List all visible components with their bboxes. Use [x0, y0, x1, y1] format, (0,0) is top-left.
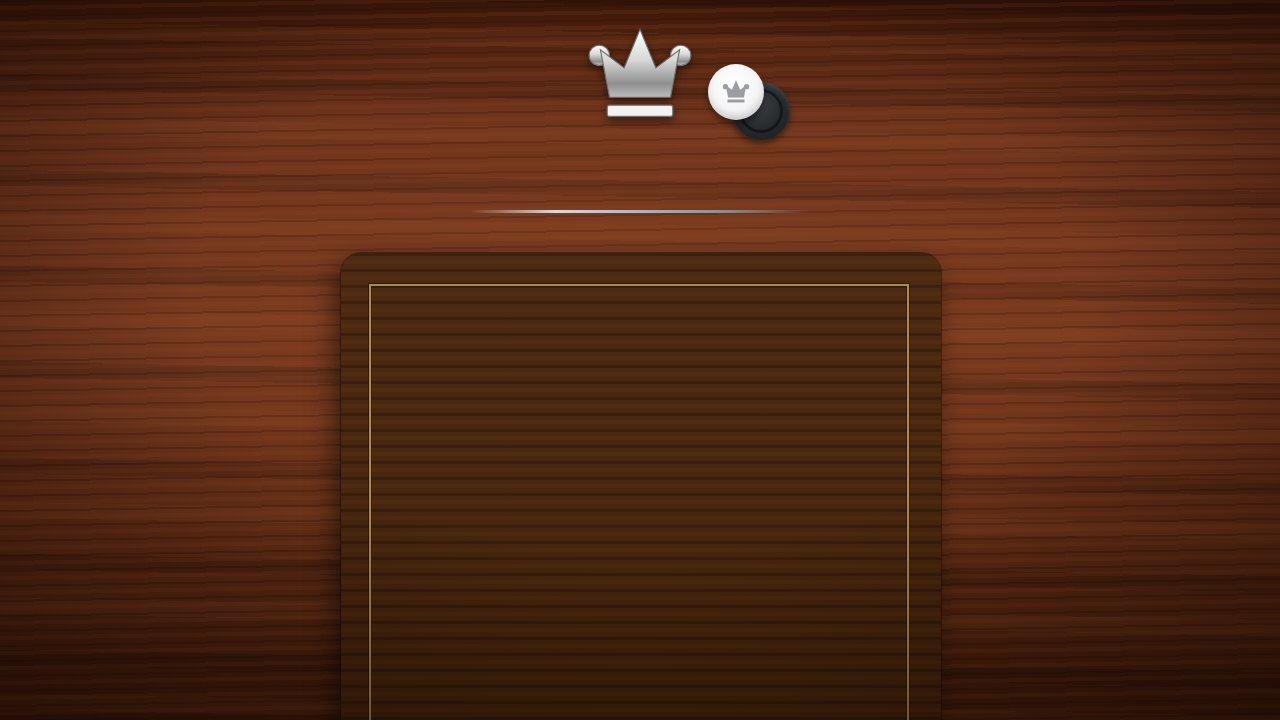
- board-grid: [369, 284, 909, 720]
- white-king-piece-icon: [708, 64, 764, 120]
- game-screen: { "game": "checkers", "logo": { "text": …: [0, 0, 1280, 720]
- title-underline: [470, 210, 810, 213]
- crown-icon: [583, 26, 697, 130]
- checkers-board: [341, 253, 941, 720]
- game-logo: [380, 24, 900, 234]
- logo-piece-badge: [702, 60, 802, 150]
